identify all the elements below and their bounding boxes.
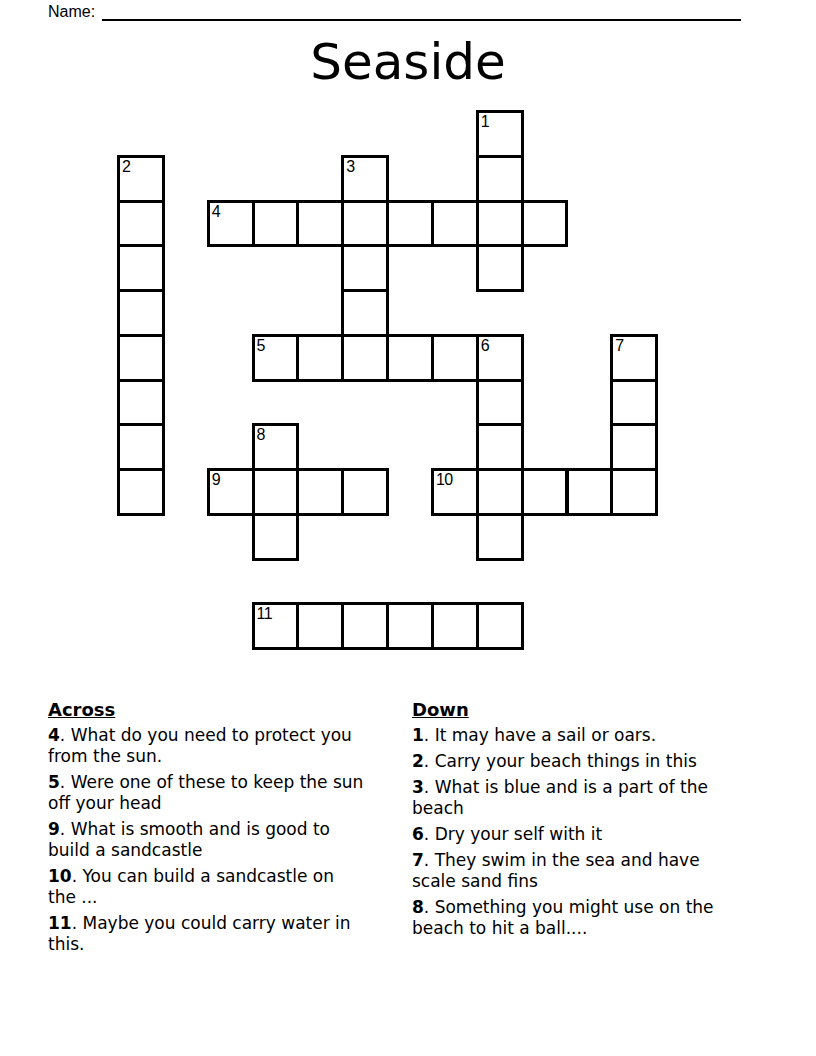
clue-text: . It may have a sail or oars. bbox=[424, 725, 656, 745]
grid-cell-r8c7[interactable]: 10 bbox=[431, 468, 479, 516]
clue-number: 1 bbox=[481, 113, 489, 130]
clue-number: 6 bbox=[412, 824, 424, 844]
clue-number: 3 bbox=[346, 158, 354, 175]
clue-down-3: 3. What is blue and is a part of the bea… bbox=[412, 777, 742, 819]
grid-cell-r5c8[interactable]: 6 bbox=[476, 334, 524, 382]
grid-cell-r1c8[interactable] bbox=[476, 155, 524, 203]
grid-cell-r5c11[interactable]: 7 bbox=[610, 334, 658, 382]
clue-number: 5 bbox=[48, 772, 60, 792]
grid-cell-r5c5[interactable] bbox=[341, 334, 389, 382]
grid-cell-r5c7[interactable] bbox=[431, 334, 479, 382]
clue-text: . Carry your beach things in this bbox=[424, 751, 697, 771]
grid-cell-r11c6[interactable] bbox=[386, 602, 434, 650]
clue-across-9: 9. What is smooth and is good to build a… bbox=[48, 819, 364, 861]
grid-cell-r2c6[interactable] bbox=[386, 200, 434, 248]
clue-text: . Something you might use on the beach t… bbox=[412, 897, 714, 938]
down-clue-list: 1. It may have a sail or oars.2. Carry y… bbox=[412, 725, 742, 939]
puzzle-title: Seaside bbox=[0, 33, 816, 91]
grid-cell-r2c3[interactable] bbox=[252, 200, 300, 248]
grid-cell-r6c8[interactable] bbox=[476, 379, 524, 427]
grid-cell-r2c7[interactable] bbox=[431, 200, 479, 248]
clue-text: . Were one of these to keep the sun off … bbox=[48, 772, 363, 813]
grid-cell-r2c5[interactable] bbox=[341, 200, 389, 248]
grid-cell-r8c5[interactable] bbox=[341, 468, 389, 516]
grid-cell-r11c5[interactable] bbox=[341, 602, 389, 650]
grid-cell-r8c4[interactable] bbox=[296, 468, 344, 516]
clue-number: 8 bbox=[412, 897, 424, 917]
clue-number: 1 bbox=[412, 725, 424, 745]
grid-cell-r2c9[interactable] bbox=[521, 200, 569, 248]
name-label: Name: bbox=[48, 3, 95, 21]
clue-number: 4 bbox=[212, 203, 220, 220]
across-clues-section: Across 4. What do you need to protect yo… bbox=[48, 699, 364, 960]
clue-number: 2 bbox=[122, 158, 130, 175]
clue-number: 9 bbox=[48, 819, 60, 839]
clue-down-8: 8. Something you might use on the beach … bbox=[412, 897, 742, 939]
grid-cell-r7c3[interactable]: 8 bbox=[252, 423, 300, 471]
grid-cell-r4c0[interactable] bbox=[117, 289, 165, 337]
grid-cell-r0c8[interactable]: 1 bbox=[476, 110, 524, 158]
grid-cell-r11c4[interactable] bbox=[296, 602, 344, 650]
clue-down-1: 1. It may have a sail or oars. bbox=[412, 725, 742, 746]
grid-cell-r7c11[interactable] bbox=[610, 423, 658, 471]
clue-across-11: 11. Maybe you could carry water in this. bbox=[48, 913, 364, 955]
grid-cell-r7c8[interactable] bbox=[476, 423, 524, 471]
clue-number: 7 bbox=[412, 850, 424, 870]
grid-cell-r2c8[interactable] bbox=[476, 200, 524, 248]
grid-cell-r11c8[interactable] bbox=[476, 602, 524, 650]
grid-cell-r8c9[interactable] bbox=[521, 468, 569, 516]
clue-down-7: 7. They swim in the sea and have scale s… bbox=[412, 850, 742, 892]
clue-number: 9 bbox=[212, 471, 220, 488]
grid-cell-r8c8[interactable] bbox=[476, 468, 524, 516]
clue-across-4: 4. What do you need to protect you from … bbox=[48, 725, 364, 767]
grid-cell-r2c4[interactable] bbox=[296, 200, 344, 248]
grid-cell-r7c0[interactable] bbox=[117, 423, 165, 471]
grid-cell-r8c2[interactable]: 9 bbox=[207, 468, 255, 516]
grid-cell-r1c0[interactable]: 2 bbox=[117, 155, 165, 203]
clue-across-10: 10. You can build a sandcastle on the ..… bbox=[48, 866, 364, 908]
worksheet-page: Name: Seaside 1234567891011 Across 4. Wh… bbox=[0, 0, 816, 1056]
clue-text: . What is smooth and is good to build a … bbox=[48, 819, 330, 860]
name-row: Name: bbox=[48, 3, 741, 21]
clue-number: 3 bbox=[412, 777, 424, 797]
clue-number: 2 bbox=[412, 751, 424, 771]
grid-cell-r4c5[interactable] bbox=[341, 289, 389, 337]
clue-number: 11 bbox=[48, 913, 72, 933]
clue-text: . What do you need to protect you from t… bbox=[48, 725, 352, 766]
grid-cell-r5c0[interactable] bbox=[117, 334, 165, 382]
clue-text: . Maybe you could carry water in this. bbox=[48, 913, 351, 954]
clue-text: . Dry your self with it bbox=[424, 824, 602, 844]
grid-cell-r2c0[interactable] bbox=[117, 200, 165, 248]
clue-number: 11 bbox=[257, 605, 273, 622]
clue-across-5: 5. Were one of these to keep the sun off… bbox=[48, 772, 364, 814]
grid-cell-r8c10[interactable] bbox=[566, 468, 614, 516]
grid-cell-r9c8[interactable] bbox=[476, 513, 524, 561]
grid-cell-r8c3[interactable] bbox=[252, 468, 300, 516]
grid-cell-r8c11[interactable] bbox=[610, 468, 658, 516]
across-heading: Across bbox=[48, 699, 364, 721]
grid-cell-r3c5[interactable] bbox=[341, 244, 389, 292]
clue-text: . They swim in the sea and have scale sa… bbox=[412, 850, 700, 891]
clue-down-6: 6. Dry your self with it bbox=[412, 824, 742, 845]
clue-number: 6 bbox=[481, 337, 489, 354]
grid-cell-r5c4[interactable] bbox=[296, 334, 344, 382]
grid-cell-r11c3[interactable]: 11 bbox=[252, 602, 300, 650]
clue-number: 10 bbox=[436, 471, 453, 488]
clue-number: 4 bbox=[48, 725, 60, 745]
crossword-grid: 1234567891011 bbox=[117, 110, 660, 651]
clue-number: 7 bbox=[615, 337, 623, 354]
grid-cell-r8c0[interactable] bbox=[117, 468, 165, 516]
grid-cell-r9c3[interactable] bbox=[252, 513, 300, 561]
grid-cell-r11c7[interactable] bbox=[431, 602, 479, 650]
clue-number: 8 bbox=[257, 426, 265, 443]
down-heading: Down bbox=[412, 699, 742, 721]
name-blank-line[interactable] bbox=[102, 3, 741, 21]
grid-cell-r6c0[interactable] bbox=[117, 379, 165, 427]
grid-cell-r5c3[interactable]: 5 bbox=[252, 334, 300, 382]
grid-cell-r2c2[interactable]: 4 bbox=[207, 200, 255, 248]
grid-cell-r6c11[interactable] bbox=[610, 379, 658, 427]
clue-down-2: 2. Carry your beach things in this bbox=[412, 751, 742, 772]
down-clues-section: Down 1. It may have a sail or oars.2. Ca… bbox=[412, 699, 742, 944]
clue-text: . You can build a sandcastle on the ... bbox=[48, 866, 334, 907]
grid-cell-r3c8[interactable] bbox=[476, 244, 524, 292]
clue-text: . What is blue and is a part of the beac… bbox=[412, 777, 708, 818]
grid-cell-r3c0[interactable] bbox=[117, 244, 165, 292]
across-clue-list: 4. What do you need to protect you from … bbox=[48, 725, 364, 955]
clue-number: 10 bbox=[48, 866, 72, 886]
grid-cell-r1c5[interactable]: 3 bbox=[341, 155, 389, 203]
grid-cell-r5c6[interactable] bbox=[386, 334, 434, 382]
clue-number: 5 bbox=[257, 337, 265, 354]
